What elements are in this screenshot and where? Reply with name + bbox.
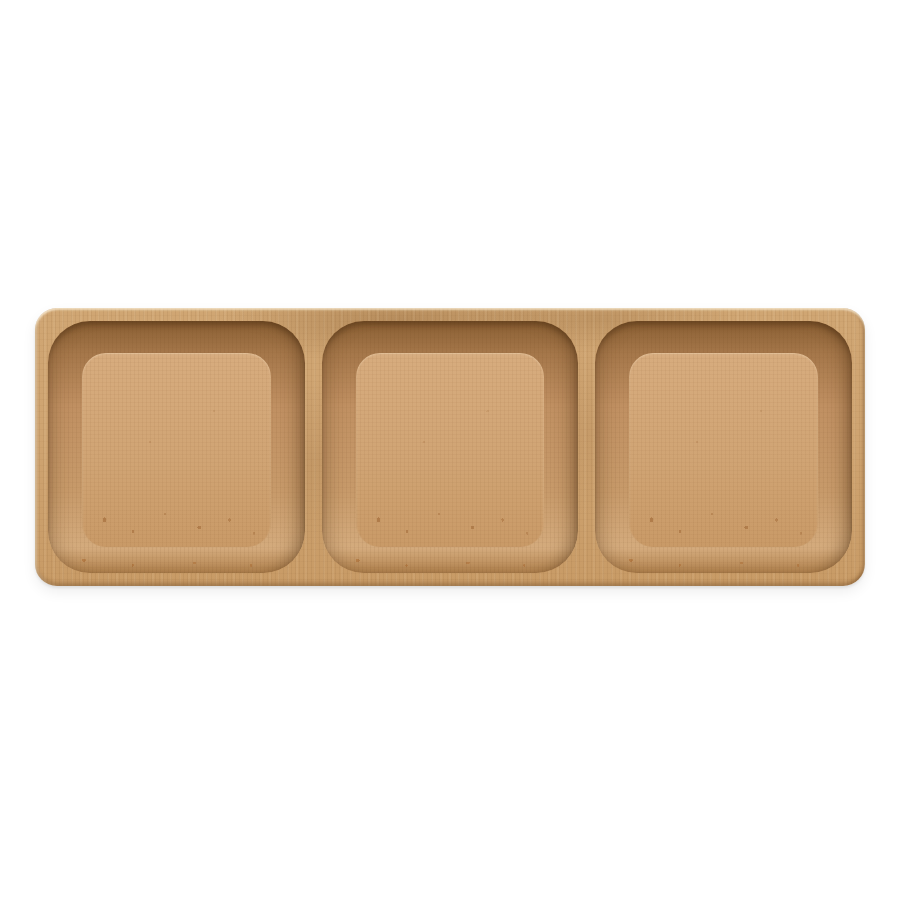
tray-compartment-left xyxy=(48,321,305,573)
compartment-floor-right xyxy=(629,353,818,547)
wooden-tray xyxy=(35,308,865,586)
tray-compartment-right xyxy=(595,321,852,573)
compartment-floor-center xyxy=(356,353,545,547)
tray-compartment-center xyxy=(322,321,579,573)
photo-background xyxy=(0,0,900,900)
compartment-floor-left xyxy=(82,353,271,547)
